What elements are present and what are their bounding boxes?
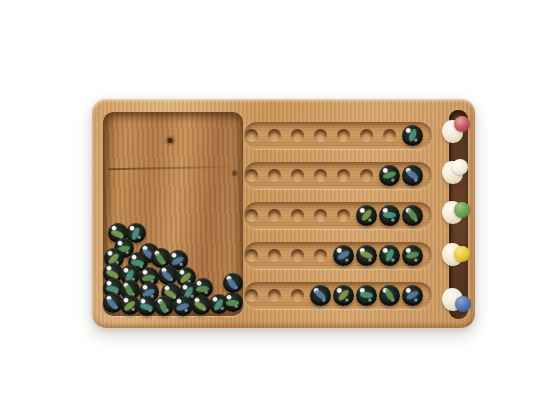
race-marble[interactable] [379, 205, 400, 226]
board-hole [245, 249, 258, 262]
board-hole [291, 249, 304, 262]
marble-swirl [161, 269, 174, 282]
marble-swirl [142, 274, 156, 282]
board-hole [314, 249, 327, 262]
track-cell-r2-c7 [378, 155, 401, 195]
tray-marble[interactable] [223, 292, 243, 312]
board-hole [291, 169, 304, 182]
marble-swirl [159, 299, 169, 313]
board-hole [337, 209, 350, 222]
red-peg[interactable] [441, 115, 473, 147]
board-hole [314, 209, 327, 222]
marble-swirl [111, 228, 125, 238]
wood-scratch [108, 166, 234, 171]
marble-swirl [407, 128, 417, 143]
marble-swirl [337, 288, 350, 302]
race-marble[interactable] [379, 285, 400, 306]
tray-marble[interactable] [223, 273, 243, 293]
marble-swirl [405, 290, 420, 301]
track-cell-r3-c3 [286, 195, 309, 235]
race-marble[interactable] [402, 205, 423, 226]
photo-background [0, 0, 560, 400]
track-cell-r5-c4 [309, 275, 332, 315]
board-hole [268, 169, 281, 182]
white-peg[interactable] [441, 156, 473, 188]
board-hole [268, 289, 281, 302]
marble-swirl [313, 289, 327, 302]
blue-peg-ball [455, 296, 471, 312]
race-marble[interactable] [310, 285, 331, 306]
track-cell-r4-c4 [309, 235, 332, 275]
board-hole [291, 289, 304, 302]
game-board [92, 99, 475, 328]
track-cell-r1-c1 [240, 115, 263, 155]
track-cell-r1-c2 [263, 115, 286, 155]
marble-swirl [196, 285, 209, 292]
race-marble[interactable] [402, 245, 423, 266]
marble-swirl [359, 250, 374, 260]
board-hole [245, 209, 258, 222]
track-cell-r4-c2 [263, 235, 286, 275]
board-hole [291, 209, 304, 222]
marble-swirl [155, 251, 166, 265]
marble-swirl [360, 208, 373, 222]
board-hole [268, 249, 281, 262]
marble-swirl [131, 226, 141, 240]
tray-marble[interactable] [158, 265, 178, 285]
marble-swirl [106, 285, 120, 293]
marble-swirl [140, 302, 154, 311]
marble-swirl [384, 248, 395, 263]
track-cell-r2-c6 [355, 155, 378, 195]
marble-swirl [382, 212, 396, 218]
track-cell-r4-c3 [286, 235, 309, 275]
marble-swirl [405, 251, 419, 260]
race-marble[interactable] [402, 285, 423, 306]
board-hole [337, 169, 350, 182]
track-cell-r1-c8 [401, 115, 424, 155]
race-marble[interactable] [379, 245, 400, 266]
track-cell-r5-c6 [355, 275, 378, 315]
race-marble[interactable] [402, 165, 423, 186]
marble-swirl [383, 288, 395, 303]
board-hole [245, 169, 258, 182]
track-cell-r4-c1 [240, 235, 263, 275]
race-marble[interactable] [402, 125, 423, 146]
board-hole [314, 169, 327, 182]
red-peg-ball [454, 116, 470, 132]
race-marble[interactable] [356, 285, 377, 306]
marble-swirl [226, 299, 239, 305]
marble-swirl [227, 277, 239, 291]
track-cell-r2-c4 [309, 155, 332, 195]
track-cell-r3-c5 [332, 195, 355, 235]
track-cell-r1-c7 [378, 115, 401, 155]
track-cell-r2-c2 [263, 155, 286, 195]
track-cell-r5-c7 [378, 275, 401, 315]
board-hole [291, 129, 304, 142]
marble-swirl [123, 299, 136, 311]
track-cell-r5-c2 [263, 275, 286, 315]
track-cell-r2-c8 [401, 155, 424, 195]
yellow-peg[interactable] [441, 238, 473, 270]
track-cell-r2-c1 [240, 155, 263, 195]
blue-peg[interactable] [441, 283, 473, 315]
track-cell-r1-c6 [355, 115, 378, 155]
tray-marble[interactable] [191, 295, 211, 315]
board-hole [314, 129, 327, 142]
board-hole [245, 289, 258, 302]
race-marble[interactable] [356, 205, 377, 226]
marble-swirl [359, 292, 373, 299]
track-cell-r1-c3 [286, 115, 309, 155]
race-marble[interactable] [333, 245, 354, 266]
race-marble[interactable] [333, 285, 354, 306]
track-cell-r4-c7 [378, 235, 401, 275]
track-cell-r4-c6 [355, 235, 378, 275]
track-cell-r3-c4 [309, 195, 332, 235]
race-marble[interactable] [379, 165, 400, 186]
board-hole [360, 129, 373, 142]
marble-swirl [176, 302, 190, 312]
track-cell-r5-c5 [332, 275, 355, 315]
track-cell-r3-c8 [401, 195, 424, 235]
marble-swirl [406, 208, 419, 222]
track-cell-r1-c4 [309, 115, 332, 155]
yellow-peg-ball [454, 246, 470, 262]
marble-swirl [336, 249, 351, 261]
track-cell-r3-c2 [263, 195, 286, 235]
track-cell-r1-c5 [332, 115, 355, 155]
track-cell-r4-c5 [332, 235, 355, 275]
green-peg-ball [454, 202, 470, 218]
marble-swirl [382, 171, 397, 181]
race-marble[interactable] [356, 245, 377, 266]
tray-marble[interactable] [173, 296, 193, 316]
marble-swirl [171, 255, 185, 266]
marble-swirl [194, 300, 208, 312]
track-grid [240, 115, 424, 315]
marble-swirl [106, 297, 119, 310]
white-peg-ball [452, 159, 468, 175]
board-hole [383, 129, 396, 142]
board-hole [337, 129, 350, 142]
board-hole [268, 129, 281, 142]
track-cell-r4-c8 [401, 235, 424, 275]
tray-marble[interactable] [154, 296, 174, 316]
board-hole [268, 209, 281, 222]
marble-swirl [405, 169, 419, 182]
track-cell-r5-c8 [401, 275, 424, 315]
track-cell-r2-c3 [286, 155, 309, 195]
track-cell-r2-c5 [332, 155, 355, 195]
track-cell-r3-c6 [355, 195, 378, 235]
board-hole [245, 129, 258, 142]
board-hole [360, 169, 373, 182]
green-peg[interactable] [441, 196, 473, 228]
track-cell-r3-c7 [378, 195, 401, 235]
track-cell-r3-c1 [240, 195, 263, 235]
track-cell-r5-c1 [240, 275, 263, 315]
track-cell-r5-c3 [286, 275, 309, 315]
